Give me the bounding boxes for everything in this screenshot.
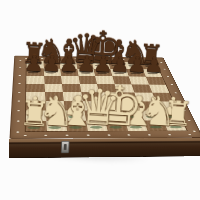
square-a7[interactable] bbox=[26, 68, 43, 76]
piece-white-rook-a1[interactable]: ♜ bbox=[19, 95, 52, 132]
frame-dot bbox=[58, 58, 60, 59]
frame-dot bbox=[74, 58, 76, 59]
frame-dot bbox=[19, 75, 21, 76]
box-front bbox=[9, 138, 200, 159]
frame-dot bbox=[138, 59, 140, 60]
square-h6[interactable] bbox=[145, 77, 165, 85]
frame-dot bbox=[122, 59, 124, 60]
frame-dot bbox=[90, 59, 92, 60]
chess-board: ♜♞♝♛♚♝♞♜♟♟♟♟♟♟♟♟♟♟♟♟♟♟♟♟♜♞♝♛♚♝♞♜ bbox=[10, 56, 200, 139]
square-h7[interactable] bbox=[142, 69, 161, 77]
frame-dot bbox=[154, 59, 156, 60]
frame-dot bbox=[19, 60, 21, 61]
square-a6[interactable] bbox=[26, 76, 44, 84]
frame-dot bbox=[163, 69, 166, 70]
frame-dot bbox=[106, 59, 108, 60]
frame-dot bbox=[25, 58, 27, 59]
frame-dot bbox=[160, 62, 163, 63]
square-b7[interactable] bbox=[43, 68, 61, 76]
frame-dot bbox=[167, 76, 170, 77]
clasp-latch-icon bbox=[60, 141, 69, 153]
chess-set-photo: ♜♞♝♛♚♝♞♜♟♟♟♟♟♟♟♟♟♟♟♟♟♟♟♟♜♞♝♛♚♝♞♜ bbox=[0, 0, 200, 200]
frame-dot bbox=[170, 84, 173, 85]
frame-dot bbox=[18, 83, 20, 84]
square-c6[interactable] bbox=[61, 76, 79, 84]
square-c7[interactable] bbox=[60, 68, 78, 76]
square-d7[interactable] bbox=[77, 69, 95, 77]
square-b6[interactable] bbox=[44, 76, 62, 84]
